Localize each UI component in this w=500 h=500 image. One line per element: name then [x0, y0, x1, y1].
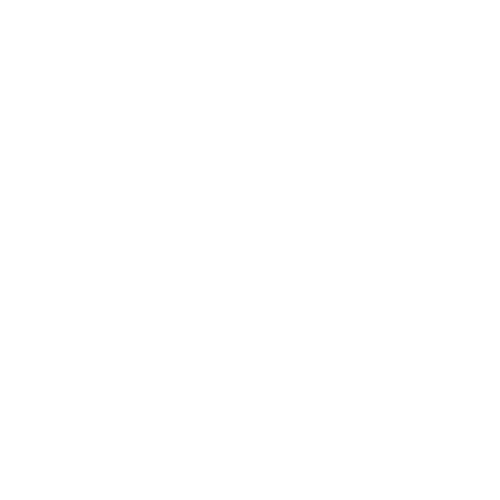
chess-product-photo — [0, 0, 500, 500]
chess-board-scene — [0, 0, 500, 500]
